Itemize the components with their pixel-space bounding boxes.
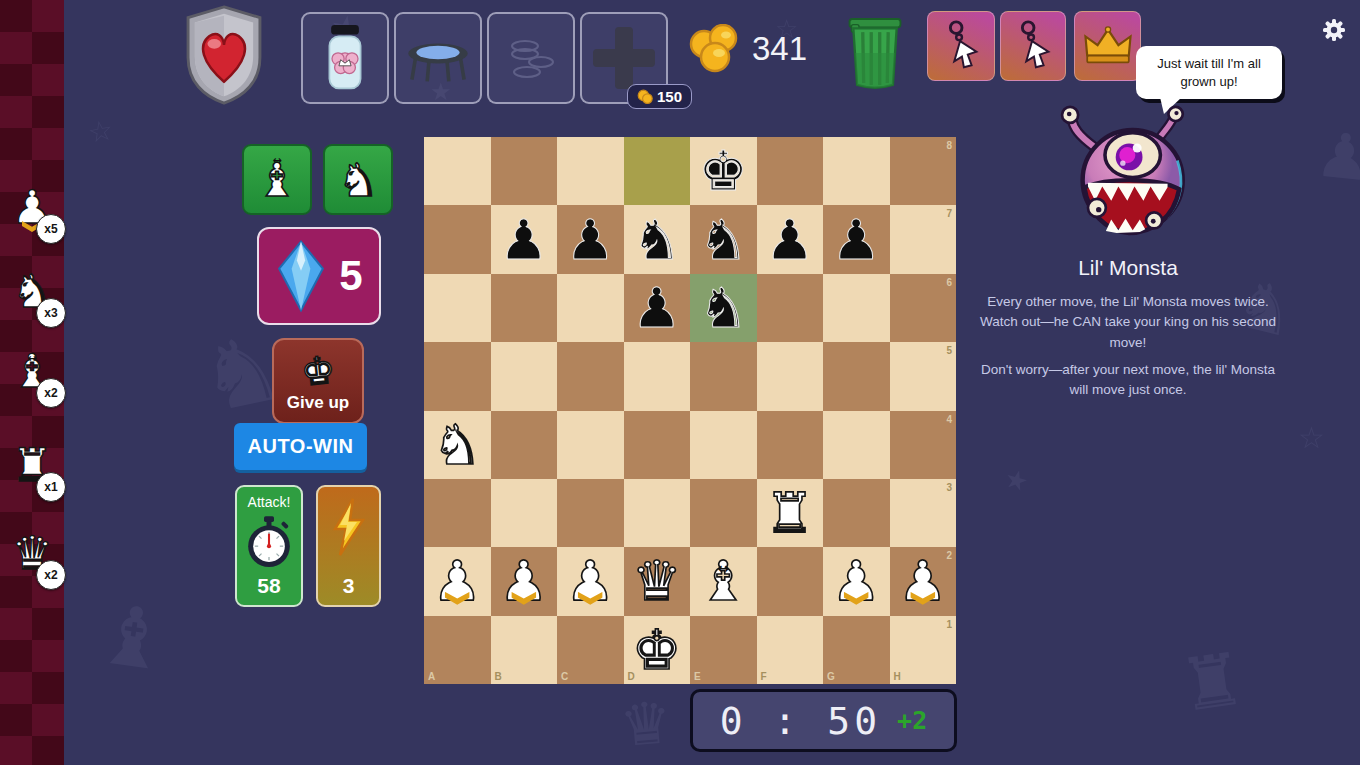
auto-win-label: AUTO-WIN xyxy=(248,435,354,458)
bishop-range-arrow: ↔ xyxy=(27,352,36,365)
faint-coin-stack-icon xyxy=(501,28,561,88)
coin-icon xyxy=(637,89,653,105)
square-d7[interactable]: ♞ xyxy=(624,205,691,273)
timer-bonus: +2 xyxy=(897,706,927,735)
chess-board[interactable]: ♚8♟♟♞♞♟♟7♟♞65♞4♜3♟♟♟♛♝↔♟♟2ABC♚DEFG1H xyxy=(424,137,956,684)
enemy-name: Lil' Monsta xyxy=(978,256,1278,280)
trampoline-icon xyxy=(402,30,474,86)
enemy-description-2: Don't worry—after your next move, the li… xyxy=(975,360,1281,401)
doodle-glyph: ♟ xyxy=(1312,117,1360,195)
square-e7[interactable]: ♞ xyxy=(690,205,757,273)
square-f4[interactable] xyxy=(757,411,824,479)
shield-heart-icon xyxy=(178,4,270,106)
square-g6[interactable] xyxy=(823,274,890,342)
item-slot-jar[interactable] xyxy=(301,12,389,104)
square-d6[interactable]: ♟ xyxy=(624,274,691,342)
shop-card-crown[interactable] xyxy=(1074,11,1141,81)
square-e5[interactable] xyxy=(690,342,757,410)
keychain-cursor-icon xyxy=(1011,19,1055,73)
plus-icon xyxy=(591,25,657,91)
doodle-glyph: ☆ xyxy=(1298,420,1325,455)
buy-price: 150 xyxy=(657,88,682,105)
square-e4[interactable] xyxy=(690,411,757,479)
black-pawn-g7[interactable]: ♟ xyxy=(832,207,881,273)
square-g7[interactable]: ♟ xyxy=(823,205,890,273)
square-g3[interactable] xyxy=(823,479,890,547)
file-label: B xyxy=(495,671,502,682)
black-knight-e7[interactable]: ♞ xyxy=(699,207,748,273)
square-g1[interactable]: G xyxy=(823,616,890,684)
file-label: A xyxy=(428,671,435,682)
coin-balance: 341 xyxy=(686,24,807,74)
monster-icon xyxy=(1054,100,1206,246)
energy-card[interactable]: 3 xyxy=(316,485,381,607)
give-up-button[interactable]: ♚ Give up xyxy=(272,338,364,424)
rank-label: 8 xyxy=(946,140,952,151)
square-b8[interactable] xyxy=(491,137,558,205)
auto-win-button[interactable]: AUTO-WIN xyxy=(234,423,367,470)
file-label: H xyxy=(894,671,901,682)
square-d2[interactable]: ♛ xyxy=(624,547,691,615)
reserve-queen[interactable]: ♛ x2 xyxy=(4,524,60,586)
square-f7[interactable]: ♟ xyxy=(757,205,824,273)
square-c4[interactable] xyxy=(557,411,624,479)
doodle-glyph: ♛ xyxy=(617,688,675,760)
square-h4[interactable]: 4 xyxy=(890,411,957,479)
timer-value: 0 : 50 xyxy=(720,699,881,743)
reserve-rook[interactable]: ♜ x1 xyxy=(4,436,60,498)
square-b7[interactable]: ♟ xyxy=(491,205,558,273)
doodle-glyph: ♝ xyxy=(90,585,176,689)
square-b3[interactable] xyxy=(491,479,558,547)
trash-can[interactable] xyxy=(842,10,908,96)
square-e8[interactable]: ♚ xyxy=(690,137,757,205)
item-slot-trampoline[interactable] xyxy=(394,12,482,104)
white-king-d1[interactable]: ♚ xyxy=(632,617,681,683)
square-f5[interactable] xyxy=(757,342,824,410)
jar-with-brain-icon xyxy=(319,21,371,95)
lives-shield[interactable] xyxy=(178,4,270,110)
count-badge: x1 xyxy=(36,472,66,502)
white-knight-icon: ♞ xyxy=(337,150,378,210)
square-a4[interactable]: ♞ xyxy=(424,411,491,479)
rank-label: 4 xyxy=(946,414,952,425)
square-c8[interactable] xyxy=(557,137,624,205)
black-pawn-b7[interactable]: ♟ xyxy=(499,207,548,273)
attack-label: Attack! xyxy=(248,494,291,510)
square-f6[interactable] xyxy=(757,274,824,342)
square-d1[interactable]: ♚D xyxy=(624,616,691,684)
square-c5[interactable] xyxy=(557,342,624,410)
blue-diamond-icon xyxy=(275,239,327,313)
square-g8[interactable] xyxy=(823,137,890,205)
file-label: F xyxy=(761,671,767,682)
gear-icon xyxy=(1322,18,1346,42)
rank-label: 6 xyxy=(946,277,952,288)
reserve-bishop[interactable]: ♝ ↔ x2 xyxy=(4,342,60,404)
doodle-glyph: ☆ xyxy=(85,113,115,150)
square-b4[interactable] xyxy=(491,411,558,479)
square-d5[interactable] xyxy=(624,342,691,410)
count-badge: x2 xyxy=(36,560,66,590)
rank-label: 1 xyxy=(946,619,952,630)
square-b6[interactable] xyxy=(491,274,558,342)
square-h7[interactable]: 7 xyxy=(890,205,957,273)
bishop-range-arrow: ↔ xyxy=(272,154,281,167)
square-f8[interactable] xyxy=(757,137,824,205)
speech-bubble: Just wait till I'm all grown up! xyxy=(1136,46,1282,99)
keychain-cursor-icon xyxy=(939,19,983,73)
energy-count: 3 xyxy=(343,574,355,598)
square-h5[interactable]: 5 xyxy=(890,342,957,410)
rank-label: 5 xyxy=(946,345,952,356)
square-c2[interactable]: ♟ xyxy=(557,547,624,615)
coin-count: 341 xyxy=(752,30,807,68)
square-h2[interactable]: ♟2 xyxy=(890,547,957,615)
square-g2[interactable]: ♟ xyxy=(823,547,890,615)
square-g5[interactable] xyxy=(823,342,890,410)
square-h6[interactable]: 6 xyxy=(890,274,957,342)
buy-price-badge: 150 xyxy=(627,84,692,109)
diamond-counter[interactable]: 5 xyxy=(257,227,381,325)
reserve-strip: ♟ x5 ♞ x3 ♝ ↔ x2 ♜ x1 ♛ x2 xyxy=(0,0,64,765)
enemy-description-1: Every other move, the Lil' Monsta moves … xyxy=(975,292,1281,353)
square-a2[interactable]: ♟ xyxy=(424,547,491,615)
square-c6[interactable] xyxy=(557,274,624,342)
stopwatch-icon xyxy=(244,514,294,570)
square-a6[interactable] xyxy=(424,274,491,342)
white-knight-a4[interactable]: ♞ xyxy=(433,412,482,478)
speech-text: Just wait till I'm all grown up! xyxy=(1157,56,1261,89)
square-a3[interactable] xyxy=(424,479,491,547)
square-e1[interactable]: E xyxy=(690,616,757,684)
give-up-label: Give up xyxy=(287,393,349,413)
place-bishop-button[interactable]: ♝ ↔ xyxy=(242,144,312,215)
rank-label: 2 xyxy=(946,550,952,561)
count-badge: x2 xyxy=(36,378,66,408)
coin-stack-icon xyxy=(686,24,744,74)
settings-button[interactable] xyxy=(1322,18,1346,42)
black-knight-d7[interactable]: ♞ xyxy=(632,207,681,273)
square-a5[interactable] xyxy=(424,342,491,410)
crown-icon xyxy=(1082,25,1134,67)
square-c3[interactable] xyxy=(557,479,624,547)
square-f2[interactable] xyxy=(757,547,824,615)
square-h3[interactable]: 3 xyxy=(890,479,957,547)
tipped-king-icon: ♚ xyxy=(299,348,337,393)
square-h1[interactable]: 1H xyxy=(890,616,957,684)
square-e3[interactable] xyxy=(690,479,757,547)
item-slot-empty[interactable] xyxy=(487,12,575,104)
rank-label: 3 xyxy=(946,482,952,493)
reserve-knight[interactable]: ♞ x3 xyxy=(4,262,60,324)
square-b1[interactable]: B xyxy=(491,616,558,684)
reserve-pawn[interactable]: ♟ x5 xyxy=(4,178,60,240)
square-b2[interactable]: ♟ xyxy=(491,547,558,615)
doodle-glyph: ♜ xyxy=(1174,636,1250,728)
square-d4[interactable] xyxy=(624,411,691,479)
shop-card-keychain-1[interactable] xyxy=(927,11,995,81)
square-e2[interactable]: ♝↔ xyxy=(690,547,757,615)
white-bishop-e2[interactable]: ♝ xyxy=(699,548,748,614)
square-a7[interactable] xyxy=(424,205,491,273)
black-king-e8[interactable]: ♚ xyxy=(699,138,748,204)
count-badge: x5 xyxy=(36,214,66,244)
square-h8[interactable]: 8 xyxy=(890,137,957,205)
square-d8[interactable] xyxy=(624,137,691,205)
square-c1[interactable]: C xyxy=(557,616,624,684)
count-badge: x3 xyxy=(36,298,66,328)
file-label: D xyxy=(628,671,635,682)
attack-timer-card[interactable]: Attack! 58 xyxy=(235,485,303,607)
black-knight-e6[interactable]: ♞ xyxy=(699,275,748,341)
game-screen: ♞★♝☆♜★♟☆♛★♞☆ ♟ x5 ♞ x3 ♝ ↔ x2 ♜ x1 ♛ x2 xyxy=(0,0,1360,765)
square-f3[interactable]: ♜ xyxy=(757,479,824,547)
square-f1[interactable]: F xyxy=(757,616,824,684)
square-e6[interactable]: ♞ xyxy=(690,274,757,342)
square-c7[interactable]: ♟ xyxy=(557,205,624,273)
square-a8[interactable] xyxy=(424,137,491,205)
black-pawn-c7[interactable]: ♟ xyxy=(566,207,615,273)
doodle-glyph: ★ xyxy=(1002,462,1032,497)
trash-can-icon xyxy=(842,10,908,92)
white-queen-d2[interactable]: ♛ xyxy=(632,548,681,614)
bishop-range-arrow: ↔ xyxy=(717,560,729,576)
lightning-bolt-icon xyxy=(328,497,370,557)
black-pawn-d6[interactable]: ♟ xyxy=(632,275,681,341)
black-pawn-f7[interactable]: ♟ xyxy=(765,207,814,273)
file-label: G xyxy=(827,671,835,682)
move-timer: 0 : 50 +2 xyxy=(690,689,957,752)
place-knight-button[interactable]: ♞ xyxy=(323,144,393,215)
square-d3[interactable] xyxy=(624,479,691,547)
diamond-count: 5 xyxy=(339,252,362,300)
white-rook-f3[interactable]: ♜ xyxy=(765,480,814,546)
file-label: E xyxy=(694,671,701,682)
shop-card-keychain-2[interactable] xyxy=(1000,11,1066,81)
square-a1[interactable]: A xyxy=(424,616,491,684)
square-b5[interactable] xyxy=(491,342,558,410)
rank-label: 7 xyxy=(946,208,952,219)
attack-countdown: 58 xyxy=(257,574,280,598)
lil-monsta-character xyxy=(1054,100,1206,250)
square-g4[interactable] xyxy=(823,411,890,479)
file-label: C xyxy=(561,671,568,682)
